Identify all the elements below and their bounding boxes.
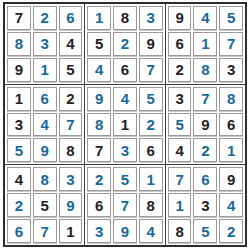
cell-r6c9[interactable]: 1 [219,138,243,162]
cell-r7c4[interactable]: 2 [87,167,111,191]
cell-r2c9[interactable]: 7 [219,32,243,56]
cell-r8c3[interactable]: 9 [59,193,83,217]
cell-r1c1[interactable]: 7 [7,6,31,30]
cell-r6c3[interactable]: 8 [59,138,83,162]
cell-r8c5[interactable]: 7 [113,193,137,217]
cell-r8c1[interactable]: 2 [7,193,31,217]
cell-r9c6[interactable]: 4 [139,219,163,243]
cell-r8c4[interactable]: 6 [87,193,111,217]
cell-r2c2[interactable]: 3 [33,32,57,56]
cell-r4c1[interactable]: 1 [7,87,31,111]
cell-r8c9[interactable]: 4 [219,193,243,217]
sudoku-board: 7268349151835294679456172831623475989458… [3,2,247,247]
cell-r4c5[interactable]: 4 [113,87,137,111]
cell-r2c8[interactable]: 1 [193,32,217,56]
cell-r4c3[interactable]: 2 [59,87,83,111]
cell-r5c3[interactable]: 7 [59,113,83,137]
cell-r2c4[interactable]: 5 [87,32,111,56]
box-1-3: 945617283 [166,4,245,84]
box-1-2: 183529467 [85,4,164,84]
cell-r3c1[interactable]: 9 [7,58,31,82]
cell-r5c9[interactable]: 6 [219,113,243,137]
cell-r5c6[interactable]: 2 [139,113,163,137]
box-2-1: 162347598 [5,85,84,165]
cell-r7c9[interactable]: 9 [219,167,243,191]
cell-r4c9[interactable]: 8 [219,87,243,111]
cell-r5c2[interactable]: 4 [33,113,57,137]
cell-r9c5[interactable]: 9 [113,219,137,243]
cell-r9c2[interactable]: 7 [33,219,57,243]
cell-r3c7[interactable]: 2 [168,58,192,82]
cell-r3c9[interactable]: 3 [219,58,243,82]
cell-r8c7[interactable]: 1 [168,193,192,217]
cell-r1c3[interactable]: 6 [59,6,83,30]
cell-r1c4[interactable]: 1 [87,6,111,30]
cell-r3c8[interactable]: 8 [193,58,217,82]
cell-r7c3[interactable]: 3 [59,167,83,191]
cell-r4c8[interactable]: 7 [193,87,217,111]
cell-r1c2[interactable]: 2 [33,6,57,30]
box-1-1: 726834915 [5,4,84,84]
cell-r3c5[interactable]: 6 [113,58,137,82]
cell-r7c7[interactable]: 7 [168,167,192,191]
cell-r4c4[interactable]: 9 [87,87,111,111]
cell-r8c8[interactable]: 3 [193,193,217,217]
cell-r4c6[interactable]: 5 [139,87,163,111]
cell-r7c5[interactable]: 5 [113,167,137,191]
cell-r5c4[interactable]: 8 [87,113,111,137]
cell-r7c2[interactable]: 8 [33,167,57,191]
cell-r5c1[interactable]: 3 [7,113,31,137]
cell-r1c7[interactable]: 9 [168,6,192,30]
cell-r2c5[interactable]: 2 [113,32,137,56]
box-2-3: 378596421 [166,85,245,165]
cell-r1c5[interactable]: 8 [113,6,137,30]
cell-r4c7[interactable]: 3 [168,87,192,111]
cell-r1c8[interactable]: 4 [193,6,217,30]
cell-r7c6[interactable]: 1 [139,167,163,191]
cell-r3c3[interactable]: 5 [59,58,83,82]
cell-r8c6[interactable]: 8 [139,193,163,217]
cell-r9c9[interactable]: 2 [219,219,243,243]
cell-r9c4[interactable]: 3 [87,219,111,243]
cell-r2c3[interactable]: 4 [59,32,83,56]
cell-r5c5[interactable]: 1 [113,113,137,137]
box-3-1: 483259671 [5,165,84,245]
cell-r6c7[interactable]: 4 [168,138,192,162]
box-2-2: 945812736 [85,85,164,165]
cell-r6c4[interactable]: 7 [87,138,111,162]
cell-r2c7[interactable]: 6 [168,32,192,56]
cell-r2c1[interactable]: 8 [7,32,31,56]
cell-r8c2[interactable]: 5 [33,193,57,217]
box-3-2: 251678394 [85,165,164,245]
cell-r3c4[interactable]: 4 [87,58,111,82]
cell-r5c7[interactable]: 5 [168,113,192,137]
cell-r4c2[interactable]: 6 [33,87,57,111]
cell-r9c8[interactable]: 5 [193,219,217,243]
cell-r1c6[interactable]: 3 [139,6,163,30]
cell-r5c8[interactable]: 9 [193,113,217,137]
cell-r9c3[interactable]: 1 [59,219,83,243]
box-3-3: 769134852 [166,165,245,245]
cell-r7c1[interactable]: 4 [7,167,31,191]
cell-r6c8[interactable]: 2 [193,138,217,162]
cell-r3c6[interactable]: 7 [139,58,163,82]
cell-r9c7[interactable]: 8 [168,219,192,243]
cell-r9c1[interactable]: 6 [7,219,31,243]
cell-r6c2[interactable]: 9 [33,138,57,162]
cell-r2c6[interactable]: 9 [139,32,163,56]
cell-r3c2[interactable]: 1 [33,58,57,82]
cell-r6c5[interactable]: 3 [113,138,137,162]
cell-r7c8[interactable]: 6 [193,167,217,191]
cell-r1c9[interactable]: 5 [219,6,243,30]
cell-r6c6[interactable]: 6 [139,138,163,162]
cell-r6c1[interactable]: 5 [7,138,31,162]
